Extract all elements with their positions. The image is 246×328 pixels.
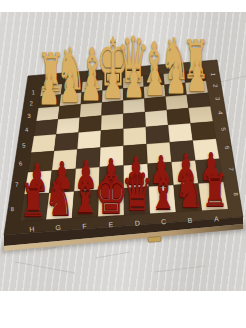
light-square-e8 [98, 188, 124, 216]
dark-square-h8 [20, 193, 49, 221]
dark-square-e7 [99, 165, 124, 189]
dark-square-b8 [174, 183, 202, 212]
dark-square-b6 [170, 141, 196, 163]
light-square-f5 [77, 131, 101, 150]
light-square-c8 [149, 185, 176, 214]
light-square-f7 [74, 167, 100, 191]
light-square-c6 [147, 142, 172, 164]
file-label-g: G [55, 224, 61, 231]
light-square-b7 [172, 160, 199, 185]
light-square-h5 [31, 134, 56, 153]
light-square-h7 [24, 171, 52, 195]
dark-square-f8 [72, 190, 99, 218]
light-square-a8 [198, 182, 228, 211]
brass-clasp [148, 237, 161, 243]
dark-square-d8 [124, 187, 150, 215]
light-square-e6 [100, 146, 124, 167]
file-label-a: A [214, 215, 219, 222]
light-square-b5 [168, 123, 193, 142]
light-square-a6 [193, 139, 220, 161]
light-square-d7 [124, 164, 149, 188]
table-scratch [95, 252, 130, 258]
table-scratch [155, 266, 205, 272]
dark-square-c7 [148, 162, 174, 187]
file-label-h: H [29, 225, 35, 232]
table-scratch [15, 262, 75, 273]
file-label-c: C [161, 218, 167, 225]
light-square-d5 [123, 127, 146, 146]
dark-square-a7 [195, 159, 223, 184]
dark-square-e5 [100, 129, 123, 148]
dark-square-c5 [146, 125, 170, 144]
dark-square-f6 [76, 148, 101, 169]
file-label-e: E [108, 221, 113, 228]
file-label-b: B [187, 217, 192, 224]
light-square-g8 [46, 191, 74, 219]
dark-square-h6 [28, 151, 54, 172]
chess-board-scene: HGFEDCBA1234567812345678 [0, 0, 246, 328]
file-label-f: F [82, 222, 87, 229]
light-square-g6 [52, 149, 77, 170]
dark-square-a5 [191, 122, 216, 141]
dark-square-g7 [49, 169, 76, 193]
dark-square-g5 [54, 132, 78, 151]
dark-square-d6 [124, 144, 148, 165]
file-label-d: D [134, 220, 140, 227]
product-photo: HGFEDCBA1234567812345678 ♜♞♝♚♛♝♞♜♟♟♟♟♟♟♟… [0, 0, 246, 328]
